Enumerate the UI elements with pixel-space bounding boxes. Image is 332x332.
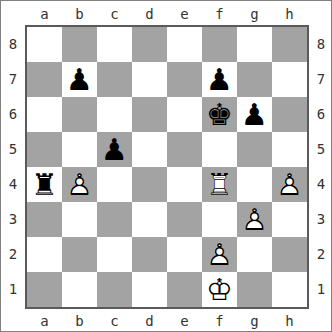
square-g2[interactable] bbox=[237, 237, 272, 272]
rank-label-left-7: 7 bbox=[3, 62, 23, 97]
square-h8[interactable] bbox=[272, 27, 307, 62]
square-g7[interactable] bbox=[237, 62, 272, 97]
square-g6[interactable]: ♟ bbox=[237, 97, 272, 132]
square-f5[interactable] bbox=[202, 132, 237, 167]
square-e1[interactable] bbox=[167, 272, 202, 307]
white-piece-outline-glyph: ♙ bbox=[202, 237, 237, 272]
black-piece-glyph: ♟ bbox=[62, 62, 97, 97]
square-f4[interactable]: ♜♖ bbox=[202, 167, 237, 202]
file-label-top-h: h bbox=[272, 4, 307, 24]
file-label-top-g: g bbox=[237, 4, 272, 24]
white-piece-outline-glyph: ♙ bbox=[237, 202, 272, 237]
square-c2[interactable] bbox=[97, 237, 132, 272]
file-label-bottom-d: d bbox=[132, 311, 167, 331]
square-h4[interactable]: ♟♙ bbox=[272, 167, 307, 202]
square-a5[interactable] bbox=[27, 132, 62, 167]
black-king: ♚ bbox=[202, 97, 237, 132]
square-d6[interactable] bbox=[132, 97, 167, 132]
square-d1[interactable] bbox=[132, 272, 167, 307]
white-pawn: ♟♙ bbox=[237, 202, 272, 237]
rank-label-left-5: 5 bbox=[3, 132, 23, 167]
rank-label-left-2: 2 bbox=[3, 237, 23, 272]
square-b4[interactable]: ♟♙ bbox=[62, 167, 97, 202]
square-h2[interactable] bbox=[272, 237, 307, 272]
file-label-top-d: d bbox=[132, 4, 167, 24]
square-h1[interactable] bbox=[272, 272, 307, 307]
file-label-bottom-c: c bbox=[97, 311, 132, 331]
square-c4[interactable] bbox=[97, 167, 132, 202]
square-e4[interactable] bbox=[167, 167, 202, 202]
square-h3[interactable] bbox=[272, 202, 307, 237]
square-e6[interactable] bbox=[167, 97, 202, 132]
black-pawn: ♟ bbox=[97, 132, 132, 167]
square-d7[interactable] bbox=[132, 62, 167, 97]
rank-label-left-8: 8 bbox=[3, 27, 23, 62]
white-pawn: ♟♙ bbox=[202, 237, 237, 272]
square-d8[interactable] bbox=[132, 27, 167, 62]
square-h6[interactable] bbox=[272, 97, 307, 132]
file-label-top-c: c bbox=[97, 4, 132, 24]
square-c1[interactable] bbox=[97, 272, 132, 307]
rank-label-right-5: 5 bbox=[311, 132, 331, 167]
square-e3[interactable] bbox=[167, 202, 202, 237]
square-a4[interactable]: ♜ bbox=[27, 167, 62, 202]
square-e7[interactable] bbox=[167, 62, 202, 97]
rank-label-right-7: 7 bbox=[311, 62, 331, 97]
file-label-top-a: a bbox=[27, 4, 62, 24]
square-b6[interactable] bbox=[62, 97, 97, 132]
square-f2[interactable]: ♟♙ bbox=[202, 237, 237, 272]
square-c7[interactable] bbox=[97, 62, 132, 97]
file-label-bottom-a: a bbox=[27, 311, 62, 331]
rank-label-left-1: 1 bbox=[3, 272, 23, 307]
file-label-bottom-g: g bbox=[237, 311, 272, 331]
file-label-top-f: f bbox=[202, 4, 237, 24]
white-king: ♚♔ bbox=[202, 272, 237, 307]
black-piece-glyph: ♚ bbox=[202, 97, 237, 132]
black-pawn: ♟ bbox=[62, 62, 97, 97]
square-b5[interactable] bbox=[62, 132, 97, 167]
black-pawn: ♟ bbox=[202, 62, 237, 97]
chess-board: ♟♟♚♟♟♜♟♙♜♖♟♙♟♙♟♙♚♔ bbox=[25, 25, 309, 309]
square-d5[interactable] bbox=[132, 132, 167, 167]
square-f6[interactable]: ♚ bbox=[202, 97, 237, 132]
square-h5[interactable] bbox=[272, 132, 307, 167]
black-piece-glyph: ♟ bbox=[237, 97, 272, 132]
square-f8[interactable] bbox=[202, 27, 237, 62]
black-pawn: ♟ bbox=[237, 97, 272, 132]
file-label-bottom-b: b bbox=[62, 311, 97, 331]
square-e2[interactable] bbox=[167, 237, 202, 272]
rank-label-right-3: 3 bbox=[311, 202, 331, 237]
square-c8[interactable] bbox=[97, 27, 132, 62]
square-b8[interactable] bbox=[62, 27, 97, 62]
diagram-frame: ♟♟♚♟♟♜♟♙♜♖♟♙♟♙♟♙♚♔ abcdefghabcdefgh87654… bbox=[0, 0, 332, 332]
file-label-bottom-f: f bbox=[202, 311, 237, 331]
square-a3[interactable] bbox=[27, 202, 62, 237]
square-e8[interactable] bbox=[167, 27, 202, 62]
square-d2[interactable] bbox=[132, 237, 167, 272]
black-piece-glyph: ♟ bbox=[97, 132, 132, 167]
white-piece-outline-glyph: ♔ bbox=[202, 272, 237, 307]
rank-label-left-6: 6 bbox=[3, 97, 23, 132]
white-pawn: ♟♙ bbox=[62, 167, 97, 202]
square-c5[interactable]: ♟ bbox=[97, 132, 132, 167]
white-rook: ♜♖ bbox=[202, 167, 237, 202]
rank-label-right-8: 8 bbox=[311, 27, 331, 62]
file-label-top-b: b bbox=[62, 4, 97, 24]
black-piece-glyph: ♜ bbox=[27, 167, 62, 202]
square-g8[interactable] bbox=[237, 27, 272, 62]
square-b2[interactable] bbox=[62, 237, 97, 272]
square-d4[interactable] bbox=[132, 167, 167, 202]
square-c6[interactable] bbox=[97, 97, 132, 132]
rank-label-left-4: 4 bbox=[3, 167, 23, 202]
file-label-top-e: e bbox=[167, 4, 202, 24]
square-d3[interactable] bbox=[132, 202, 167, 237]
rank-label-right-6: 6 bbox=[311, 97, 331, 132]
square-f1[interactable]: ♚♔ bbox=[202, 272, 237, 307]
rank-label-right-4: 4 bbox=[311, 167, 331, 202]
square-a8[interactable] bbox=[27, 27, 62, 62]
white-piece-outline-glyph: ♖ bbox=[202, 167, 237, 202]
file-label-bottom-h: h bbox=[272, 311, 307, 331]
white-pawn: ♟♙ bbox=[272, 167, 307, 202]
file-label-bottom-e: e bbox=[167, 311, 202, 331]
square-f3[interactable] bbox=[202, 202, 237, 237]
square-g3[interactable]: ♟♙ bbox=[237, 202, 272, 237]
square-f7[interactable]: ♟ bbox=[202, 62, 237, 97]
square-a1[interactable] bbox=[27, 272, 62, 307]
square-g5[interactable] bbox=[237, 132, 272, 167]
square-a2[interactable] bbox=[27, 237, 62, 272]
square-b1[interactable] bbox=[62, 272, 97, 307]
square-b3[interactable] bbox=[62, 202, 97, 237]
rank-label-right-1: 1 bbox=[311, 272, 331, 307]
black-piece-glyph: ♟ bbox=[202, 62, 237, 97]
square-e5[interactable] bbox=[167, 132, 202, 167]
black-rook: ♜ bbox=[27, 167, 62, 202]
rank-label-left-3: 3 bbox=[3, 202, 23, 237]
square-g1[interactable] bbox=[237, 272, 272, 307]
white-piece-outline-glyph: ♙ bbox=[62, 167, 97, 202]
square-h7[interactable] bbox=[272, 62, 307, 97]
square-b7[interactable]: ♟ bbox=[62, 62, 97, 97]
square-g4[interactable] bbox=[237, 167, 272, 202]
rank-label-right-2: 2 bbox=[311, 237, 331, 272]
square-a7[interactable] bbox=[27, 62, 62, 97]
square-a6[interactable] bbox=[27, 97, 62, 132]
white-piece-outline-glyph: ♙ bbox=[272, 167, 307, 202]
square-c3[interactable] bbox=[97, 202, 132, 237]
